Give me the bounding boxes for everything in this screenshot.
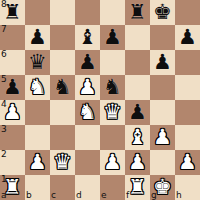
square-f7[interactable]	[125, 25, 150, 50]
square-g7[interactable]	[150, 25, 175, 50]
white-pawn-b2[interactable]: ♟	[25, 150, 50, 175]
rank-label-2: 2	[1, 150, 7, 159]
white-knight-b5[interactable]: ♞	[25, 75, 50, 100]
square-d4[interactable]: ♞	[75, 100, 100, 125]
white-pawn-h2[interactable]: ♟	[175, 150, 200, 175]
square-d6[interactable]: ♟	[75, 50, 100, 75]
file-label-g: g	[151, 191, 157, 200]
black-king-g8[interactable]: ♚	[150, 0, 175, 25]
square-d5[interactable]: ♟	[75, 75, 100, 100]
rank-label-1: 1	[1, 175, 7, 184]
square-d1[interactable]: d	[75, 175, 100, 200]
square-g3[interactable]: ♟	[150, 125, 175, 150]
square-e7[interactable]: ♟	[100, 25, 125, 50]
square-e4[interactable]: ♛	[100, 100, 125, 125]
square-b7[interactable]: ♟	[25, 25, 50, 50]
square-b4[interactable]	[25, 100, 50, 125]
square-a8[interactable]: ♜8	[0, 0, 25, 25]
black-queen-b6[interactable]: ♛	[25, 50, 50, 75]
square-b5[interactable]: ♞	[25, 75, 50, 100]
square-g6[interactable]: ♟	[150, 50, 175, 75]
square-h5[interactable]	[175, 75, 200, 100]
white-queen-c2[interactable]: ♛	[50, 150, 75, 175]
square-a2[interactable]: 2	[0, 150, 25, 175]
rank-label-7: 7	[1, 25, 7, 34]
square-g8[interactable]: ♚	[150, 0, 175, 25]
square-d8[interactable]	[75, 0, 100, 25]
black-rook-f8[interactable]: ♜	[125, 0, 150, 25]
square-a5[interactable]: ♟5	[0, 75, 25, 100]
square-f3[interactable]: ♝	[125, 125, 150, 150]
rank-label-4: 4	[1, 100, 7, 109]
square-h7[interactable]: ♟	[175, 25, 200, 50]
square-e3[interactable]	[100, 125, 125, 150]
white-bishop-f3[interactable]: ♝	[125, 125, 150, 150]
square-a4[interactable]: ♟4	[0, 100, 25, 125]
black-pawn-h7[interactable]: ♟	[175, 25, 200, 50]
square-a6[interactable]: 6	[0, 50, 25, 75]
square-f2[interactable]: ♟	[125, 150, 150, 175]
rank-label-8: 8	[1, 0, 7, 9]
black-pawn-d6[interactable]: ♟	[75, 50, 100, 75]
square-g4[interactable]	[150, 100, 175, 125]
file-label-a: a	[1, 191, 7, 200]
black-knight-c5[interactable]: ♞	[50, 75, 75, 100]
square-c2[interactable]: ♛	[50, 150, 75, 175]
rank-label-5: 5	[1, 75, 7, 84]
black-pawn-f4[interactable]: ♟	[125, 100, 150, 125]
square-f1[interactable]: ♜f	[125, 175, 150, 200]
square-f5[interactable]	[125, 75, 150, 100]
square-f6[interactable]	[125, 50, 150, 75]
square-b6[interactable]: ♛	[25, 50, 50, 75]
white-queen-e4[interactable]: ♛	[100, 100, 125, 125]
square-g2[interactable]	[150, 150, 175, 175]
file-label-c: c	[51, 191, 56, 200]
square-e1[interactable]: e	[100, 175, 125, 200]
file-label-h: h	[176, 191, 182, 200]
square-h3[interactable]	[175, 125, 200, 150]
square-d7[interactable]: ♝	[75, 25, 100, 50]
square-g5[interactable]	[150, 75, 175, 100]
chess-board: ♜8♜♚7♟♝♟♟6♛♟♟♟5♞♞♟♞♟4♞♛♟3♝♟2♟♛♟♟♟♜1abcde…	[0, 0, 200, 200]
square-f8[interactable]: ♜	[125, 0, 150, 25]
square-c4[interactable]	[50, 100, 75, 125]
white-knight-d4[interactable]: ♞	[75, 100, 100, 125]
square-h6[interactable]	[175, 50, 200, 75]
file-label-b: b	[26, 191, 32, 200]
square-h4[interactable]	[175, 100, 200, 125]
rank-label-3: 3	[1, 125, 7, 134]
square-b2[interactable]: ♟	[25, 150, 50, 175]
square-a7[interactable]: 7	[0, 25, 25, 50]
square-c5[interactable]: ♞	[50, 75, 75, 100]
rank-label-6: 6	[1, 50, 7, 59]
square-c1[interactable]: c	[50, 175, 75, 200]
black-knight-e5[interactable]: ♞	[100, 75, 125, 100]
square-b3[interactable]	[25, 125, 50, 150]
square-f4[interactable]: ♟	[125, 100, 150, 125]
black-pawn-b7[interactable]: ♟	[25, 25, 50, 50]
white-pawn-f2[interactable]: ♟	[125, 150, 150, 175]
black-pawn-e7[interactable]: ♟	[100, 25, 125, 50]
square-b8[interactable]	[25, 0, 50, 25]
white-pawn-g3[interactable]: ♟	[150, 125, 175, 150]
square-e8[interactable]	[100, 0, 125, 25]
square-b1[interactable]: b	[25, 175, 50, 200]
black-pawn-g6[interactable]: ♟	[150, 50, 175, 75]
white-pawn-e2[interactable]: ♟	[100, 150, 125, 175]
square-a1[interactable]: ♜1a	[0, 175, 25, 200]
square-h1[interactable]: h	[175, 175, 200, 200]
square-h2[interactable]: ♟	[175, 150, 200, 175]
square-a3[interactable]: 3	[0, 125, 25, 150]
black-bishop-d7[interactable]: ♝	[75, 25, 100, 50]
white-pawn-d5[interactable]: ♟	[75, 75, 100, 100]
square-c6[interactable]	[50, 50, 75, 75]
square-e5[interactable]: ♞	[100, 75, 125, 100]
file-label-f: f	[126, 191, 129, 200]
square-g1[interactable]: ♚g	[150, 175, 175, 200]
square-c3[interactable]	[50, 125, 75, 150]
square-e2[interactable]: ♟	[100, 150, 125, 175]
file-label-e: e	[101, 191, 107, 200]
square-c7[interactable]	[50, 25, 75, 50]
square-c8[interactable]	[50, 0, 75, 25]
file-label-d: d	[76, 191, 82, 200]
square-d2[interactable]	[75, 150, 100, 175]
square-d3[interactable]	[75, 125, 100, 150]
square-h8[interactable]	[175, 0, 200, 25]
square-e6[interactable]	[100, 50, 125, 75]
